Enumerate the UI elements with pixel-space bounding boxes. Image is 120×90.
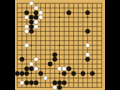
stone-white [29,62,34,67]
stone-black [15,71,19,76]
stone-black [24,71,29,76]
right-letterbox-bar [105,0,120,90]
stone-white [24,29,29,34]
stone-black [24,80,29,85]
stone-black [81,71,86,76]
stone-black [53,80,58,85]
hoshi-point [87,16,89,18]
stone-black [85,10,90,15]
left-letterbox-bar [0,0,15,90]
stone-black [67,10,72,15]
stone-white [53,85,58,90]
stone-black [34,80,39,85]
stone-white [39,10,44,15]
stone-black [90,71,95,76]
stone-white [57,66,62,71]
stone-white [39,15,44,20]
hoshi-point [31,73,33,75]
stone-white [24,43,29,48]
stone-white [34,6,39,11]
hoshi-point [59,44,61,46]
stone-black [24,66,29,71]
stone-black [62,80,66,85]
go-board-canvas [15,0,105,90]
hoshi-point [31,44,33,46]
stone-white [85,52,90,57]
hoshi-point [87,73,89,75]
stone-black [53,57,58,62]
stone-black [85,29,90,34]
stone-black [29,80,34,85]
stone-black [29,66,34,71]
stone-black [53,52,58,57]
stone-black [71,71,76,76]
hoshi-point [59,73,61,75]
stone-black [85,57,90,62]
stone-white [34,57,39,62]
go-board[interactable] [15,0,105,90]
stone-black [29,29,34,34]
stone-black [34,10,39,15]
stone-white [34,20,39,25]
stone-white [34,66,39,71]
hoshi-point [59,16,61,18]
stone-white [29,1,34,6]
stone-white [43,76,48,81]
stone-white [24,15,29,20]
stone-black [29,15,34,20]
stone-black [48,62,53,67]
stone-black [39,71,44,76]
stone-black [20,71,25,76]
stone-black [20,57,25,62]
stone-black [24,10,29,15]
stone-white [34,24,39,29]
stone-black [57,80,62,85]
stone-black [34,15,39,20]
stone-black [29,24,34,29]
stone-black [29,20,34,25]
stone-black [57,85,62,90]
stone-white [20,80,25,85]
stone-white [24,24,29,29]
stone-black [67,66,72,71]
screenshot-root [0,0,120,90]
stone-black [62,71,66,76]
stone-white [62,66,66,71]
stone-white [85,43,90,48]
